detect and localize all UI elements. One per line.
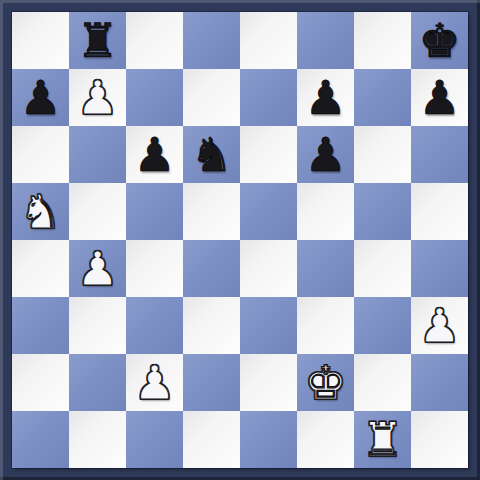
square-g3[interactable]	[354, 297, 411, 354]
square-a6[interactable]	[12, 126, 69, 183]
piece-white-knight[interactable]: ♞	[19, 183, 61, 240]
square-b6[interactable]	[69, 126, 126, 183]
piece-black-pawn[interactable]: ♟	[304, 69, 346, 126]
chess-board-frame: ♜♚♟♟♟♟♟♞♟♞♟♟♟♚♜	[0, 0, 480, 480]
piece-white-pawn[interactable]: ♟	[418, 297, 460, 354]
square-b5[interactable]	[69, 183, 126, 240]
square-b7[interactable]: ♟	[69, 69, 126, 126]
square-c5[interactable]	[126, 183, 183, 240]
square-c7[interactable]	[126, 69, 183, 126]
piece-black-pawn[interactable]: ♟	[304, 126, 346, 183]
square-h6[interactable]	[411, 126, 468, 183]
square-d3[interactable]	[183, 297, 240, 354]
square-b8[interactable]: ♜	[69, 12, 126, 69]
square-b1[interactable]	[69, 411, 126, 468]
square-a2[interactable]	[12, 354, 69, 411]
square-c8[interactable]	[126, 12, 183, 69]
piece-black-king[interactable]: ♚	[418, 12, 460, 69]
square-b4[interactable]: ♟	[69, 240, 126, 297]
square-h2[interactable]	[411, 354, 468, 411]
square-e7[interactable]	[240, 69, 297, 126]
piece-black-pawn[interactable]: ♟	[19, 69, 61, 126]
square-g5[interactable]	[354, 183, 411, 240]
square-e4[interactable]	[240, 240, 297, 297]
piece-black-knight[interactable]: ♞	[190, 126, 232, 183]
square-d8[interactable]	[183, 12, 240, 69]
square-e8[interactable]	[240, 12, 297, 69]
piece-white-pawn[interactable]: ♟	[133, 354, 175, 411]
square-a1[interactable]	[12, 411, 69, 468]
square-g7[interactable]	[354, 69, 411, 126]
square-h7[interactable]: ♟	[411, 69, 468, 126]
square-e1[interactable]	[240, 411, 297, 468]
piece-black-rook[interactable]: ♜	[76, 12, 118, 69]
square-f2[interactable]: ♚	[297, 354, 354, 411]
square-h4[interactable]	[411, 240, 468, 297]
square-f6[interactable]: ♟	[297, 126, 354, 183]
square-a5[interactable]: ♞	[12, 183, 69, 240]
square-c4[interactable]	[126, 240, 183, 297]
square-g2[interactable]	[354, 354, 411, 411]
square-a3[interactable]	[12, 297, 69, 354]
square-d1[interactable]	[183, 411, 240, 468]
piece-black-pawn[interactable]: ♟	[133, 126, 175, 183]
square-a7[interactable]: ♟	[12, 69, 69, 126]
square-g6[interactable]	[354, 126, 411, 183]
square-d5[interactable]	[183, 183, 240, 240]
piece-white-rook[interactable]: ♜	[361, 411, 403, 468]
square-h8[interactable]: ♚	[411, 12, 468, 69]
piece-black-pawn[interactable]: ♟	[418, 69, 460, 126]
square-e2[interactable]	[240, 354, 297, 411]
square-h3[interactable]: ♟	[411, 297, 468, 354]
piece-white-king[interactable]: ♚	[304, 354, 346, 411]
square-e3[interactable]	[240, 297, 297, 354]
square-e5[interactable]	[240, 183, 297, 240]
square-f1[interactable]	[297, 411, 354, 468]
square-g8[interactable]	[354, 12, 411, 69]
square-g1[interactable]: ♜	[354, 411, 411, 468]
square-f3[interactable]	[297, 297, 354, 354]
square-f5[interactable]	[297, 183, 354, 240]
square-f7[interactable]: ♟	[297, 69, 354, 126]
chess-board: ♜♚♟♟♟♟♟♞♟♞♟♟♟♚♜	[12, 12, 468, 468]
piece-white-pawn[interactable]: ♟	[76, 240, 118, 297]
square-d7[interactable]	[183, 69, 240, 126]
square-f4[interactable]	[297, 240, 354, 297]
square-f8[interactable]	[297, 12, 354, 69]
square-d2[interactable]	[183, 354, 240, 411]
piece-white-pawn[interactable]: ♟	[76, 69, 118, 126]
square-h5[interactable]	[411, 183, 468, 240]
square-d4[interactable]	[183, 240, 240, 297]
square-c1[interactable]	[126, 411, 183, 468]
square-b3[interactable]	[69, 297, 126, 354]
square-c3[interactable]	[126, 297, 183, 354]
square-e6[interactable]	[240, 126, 297, 183]
square-g4[interactable]	[354, 240, 411, 297]
square-b2[interactable]	[69, 354, 126, 411]
square-d6[interactable]: ♞	[183, 126, 240, 183]
square-a4[interactable]	[12, 240, 69, 297]
square-a8[interactable]	[12, 12, 69, 69]
square-c2[interactable]: ♟	[126, 354, 183, 411]
square-c6[interactable]: ♟	[126, 126, 183, 183]
square-h1[interactable]	[411, 411, 468, 468]
